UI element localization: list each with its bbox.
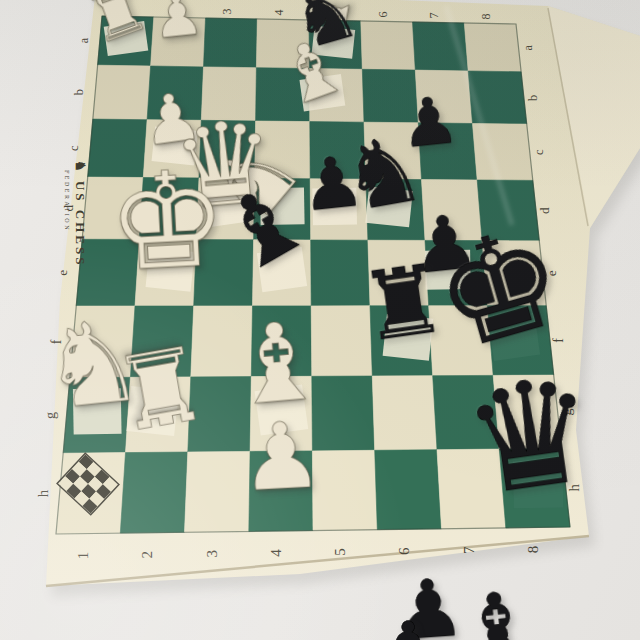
chessboard-photo-scene: 1122334455667788aabbccddeeffgghh ♜♟♟♛♞♚♝… (0, 0, 640, 640)
file-label-right-a: a (521, 45, 535, 51)
rank-label-bottom-8: 8 (525, 546, 541, 554)
file-label-left-c: c (67, 145, 81, 151)
rank-label-top-8: 8 (479, 14, 493, 20)
rank-label-bottom-3: 3 (204, 550, 220, 558)
file-label-left-e: e (55, 270, 70, 276)
rank-label-bottom-4: 4 (268, 549, 284, 557)
square-a6[interactable] (361, 21, 416, 70)
rank-label-bottom-1: 1 (75, 552, 91, 560)
rank-label-bottom-2: 2 (139, 551, 155, 559)
captured-black-pawn-2[interactable]: ♟ (372, 612, 444, 640)
piece-white-pawn-h4[interactable]: ♟ (238, 409, 325, 505)
file-label-left-b: b (72, 89, 86, 95)
rank-label-top-6: 6 (376, 12, 390, 18)
piece-white-king-e2[interactable]: ♚ (104, 151, 230, 290)
square-h6[interactable] (375, 450, 442, 530)
file-label-left-h: h (35, 489, 51, 497)
square-a8[interactable] (464, 23, 521, 72)
rank-label-bottom-5: 5 (332, 548, 348, 556)
rank-label-top-3: 3 (220, 9, 234, 15)
piece-white-knight-g1[interactable]: ♞ (36, 303, 149, 427)
rank-label-top-7: 7 (427, 13, 441, 19)
piece-white-pawn-a2[interactable]: ♟ (150, 0, 206, 47)
us-chess-logo-text: ♞ US CHESS (72, 160, 88, 267)
square-h2[interactable] (120, 452, 188, 533)
file-label-right-c: c (532, 149, 546, 155)
rank-label-bottom-6: 6 (396, 547, 412, 555)
rank-label-top-4: 4 (272, 10, 286, 16)
us-chess-federation-text: FEDERATION (64, 170, 70, 232)
file-label-right-b: b (526, 95, 540, 101)
captured-black-bishop[interactable]: ♝ (453, 578, 541, 640)
square-a3[interactable] (204, 18, 258, 68)
us-chess-knight-icon: ♞ (73, 160, 88, 175)
square-g6[interactable] (372, 376, 437, 451)
file-label-left-a: a (77, 37, 91, 43)
rank-label-bottom-7: 7 (461, 546, 477, 554)
piece-black-queen-h8[interactable]: ♛ (455, 354, 605, 517)
